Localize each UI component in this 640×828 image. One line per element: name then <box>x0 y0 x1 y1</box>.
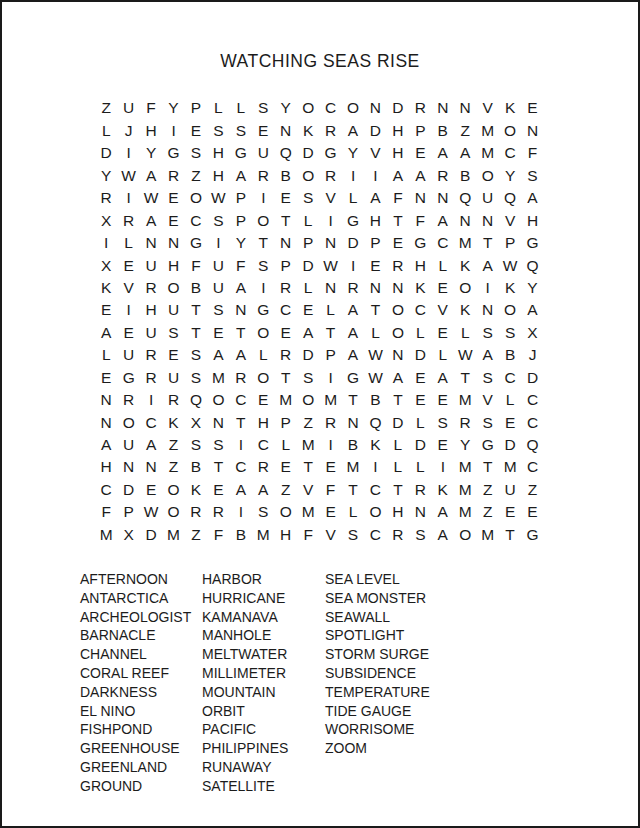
grid-cell[interactable]: O <box>252 321 274 343</box>
grid-cell[interactable]: Z <box>95 97 117 119</box>
grid-cell[interactable]: H <box>140 299 162 321</box>
grid-cell[interactable]: E <box>432 277 454 299</box>
grid-cell[interactable]: A <box>432 366 454 388</box>
grid-cell[interactable]: O <box>162 277 184 299</box>
grid-cell[interactable]: R <box>230 366 252 388</box>
grid-cell[interactable]: M <box>252 523 274 545</box>
grid-cell[interactable]: P <box>319 344 341 366</box>
grid-cell[interactable]: T <box>185 299 207 321</box>
grid-cell[interactable]: D <box>95 142 117 164</box>
grid-cell[interactable]: U <box>117 344 139 366</box>
grid-cell[interactable]: N <box>342 411 364 433</box>
grid-cell[interactable]: H <box>275 523 297 545</box>
grid-cell[interactable]: R <box>185 501 207 523</box>
grid-cell[interactable]: W <box>140 187 162 209</box>
grid-cell[interactable]: A <box>521 299 543 321</box>
grid-cell[interactable]: E <box>95 299 117 321</box>
grid-cell[interactable]: A <box>432 523 454 545</box>
grid-cell[interactable]: E <box>499 411 521 433</box>
grid-cell[interactable]: D <box>387 411 409 433</box>
grid-cell[interactable]: E <box>275 187 297 209</box>
grid-cell[interactable]: I <box>117 299 139 321</box>
grid-cell[interactable]: C <box>364 523 386 545</box>
grid-cell[interactable]: S <box>297 187 319 209</box>
grid-cell[interactable]: M <box>476 119 498 141</box>
grid-cell[interactable]: T <box>297 456 319 478</box>
grid-cell[interactable]: O <box>162 478 184 500</box>
grid-cell[interactable]: A <box>230 277 252 299</box>
grid-cell[interactable]: L <box>95 344 117 366</box>
grid-cell[interactable]: R <box>409 478 431 500</box>
grid-cell[interactable]: T <box>454 366 476 388</box>
grid-cell[interactable]: N <box>319 232 341 254</box>
grid-cell[interactable]: F <box>297 523 319 545</box>
grid-cell[interactable]: G <box>342 366 364 388</box>
grid-cell[interactable]: G <box>185 232 207 254</box>
grid-cell[interactable]: U <box>499 478 521 500</box>
grid-cell[interactable]: F <box>409 209 431 231</box>
grid-cell[interactable]: N <box>230 299 252 321</box>
grid-cell[interactable]: M <box>454 232 476 254</box>
grid-cell[interactable]: X <box>521 321 543 343</box>
grid-cell[interactable]: V <box>432 299 454 321</box>
grid-cell[interactable]: M <box>342 456 364 478</box>
grid-cell[interactable]: Z <box>454 119 476 141</box>
grid-cell[interactable]: C <box>521 456 543 478</box>
grid-cell[interactable]: O <box>454 523 476 545</box>
grid-cell[interactable]: F <box>185 254 207 276</box>
grid-cell[interactable]: M <box>499 456 521 478</box>
grid-cell[interactable]: D <box>409 434 431 456</box>
grid-cell[interactable]: S <box>476 366 498 388</box>
grid-cell[interactable]: L <box>342 187 364 209</box>
grid-cell[interactable]: I <box>117 187 139 209</box>
grid-cell[interactable]: K <box>297 119 319 141</box>
grid-cell[interactable]: I <box>230 434 252 456</box>
grid-cell[interactable]: H <box>387 142 409 164</box>
grid-cell[interactable]: S <box>476 411 498 433</box>
grid-cell[interactable]: Q <box>521 254 543 276</box>
grid-cell[interactable]: N <box>95 411 117 433</box>
grid-cell[interactable]: E <box>162 209 184 231</box>
grid-cell[interactable]: S <box>207 119 229 141</box>
grid-cell[interactable]: A <box>140 209 162 231</box>
grid-cell[interactable]: G <box>409 232 431 254</box>
grid-cell[interactable]: R <box>140 344 162 366</box>
grid-cell[interactable]: L <box>387 456 409 478</box>
grid-cell[interactable]: U <box>140 321 162 343</box>
grid-cell[interactable]: V <box>499 209 521 231</box>
grid-cell[interactable]: Z <box>521 478 543 500</box>
grid-cell[interactable]: C <box>252 434 274 456</box>
grid-cell[interactable]: T <box>207 456 229 478</box>
grid-cell[interactable]: H <box>252 411 274 433</box>
grid-cell[interactable]: Y <box>454 434 476 456</box>
grid-cell[interactable]: E <box>364 254 386 276</box>
grid-cell[interactable]: D <box>140 523 162 545</box>
grid-cell[interactable]: N <box>319 277 341 299</box>
grid-cell[interactable]: G <box>117 366 139 388</box>
grid-cell[interactable]: A <box>230 478 252 500</box>
grid-cell[interactable]: O <box>117 411 139 433</box>
grid-cell[interactable]: E <box>140 478 162 500</box>
grid-cell[interactable]: A <box>409 164 431 186</box>
grid-cell[interactable]: N <box>409 501 431 523</box>
grid-cell[interactable]: R <box>454 411 476 433</box>
grid-cell[interactable]: O <box>252 366 274 388</box>
grid-cell[interactable]: N <box>117 456 139 478</box>
grid-cell[interactable]: S <box>432 411 454 433</box>
grid-cell[interactable]: R <box>252 164 274 186</box>
grid-cell[interactable]: N <box>207 411 229 433</box>
grid-cell[interactable]: S <box>185 344 207 366</box>
grid-cell[interactable]: E <box>432 434 454 456</box>
grid-cell[interactable]: V <box>319 187 341 209</box>
grid-cell[interactable]: D <box>409 344 431 366</box>
grid-cell[interactable]: L <box>409 321 431 343</box>
grid-cell[interactable]: S <box>297 366 319 388</box>
grid-cell[interactable]: C <box>521 389 543 411</box>
grid-cell[interactable]: V <box>319 523 341 545</box>
grid-cell[interactable]: L <box>387 434 409 456</box>
grid-cell[interactable]: A <box>476 344 498 366</box>
grid-cell[interactable]: E <box>95 366 117 388</box>
grid-cell[interactable]: Y <box>342 142 364 164</box>
grid-cell[interactable]: O <box>185 187 207 209</box>
grid-cell[interactable]: M <box>476 523 498 545</box>
grid-cell[interactable]: P <box>275 254 297 276</box>
grid-cell[interactable]: D <box>297 142 319 164</box>
grid-cell[interactable]: N <box>476 299 498 321</box>
grid-cell[interactable]: N <box>364 277 386 299</box>
grid-cell[interactable]: R <box>140 277 162 299</box>
grid-cell[interactable]: L <box>454 321 476 343</box>
grid-cell[interactable]: T <box>476 456 498 478</box>
grid-cell[interactable]: K <box>499 97 521 119</box>
grid-cell[interactable]: F <box>319 478 341 500</box>
grid-cell[interactable]: S <box>230 119 252 141</box>
grid-cell[interactable]: W <box>140 501 162 523</box>
grid-cell[interactable]: F <box>230 254 252 276</box>
grid-cell[interactable]: Y <box>275 97 297 119</box>
grid-cell[interactable]: X <box>185 411 207 433</box>
grid-cell[interactable]: V <box>117 277 139 299</box>
grid-cell[interactable]: M <box>476 142 498 164</box>
grid-cell[interactable]: X <box>95 254 117 276</box>
grid-cell[interactable]: R <box>275 344 297 366</box>
grid-cell[interactable]: W <box>364 344 386 366</box>
grid-cell[interactable]: E <box>117 321 139 343</box>
grid-cell[interactable]: A <box>140 164 162 186</box>
grid-cell[interactable]: B <box>185 456 207 478</box>
grid-cell[interactable]: T <box>275 209 297 231</box>
grid-cell[interactable]: L <box>207 97 229 119</box>
grid-cell[interactable]: A <box>342 299 364 321</box>
grid-cell[interactable]: E <box>207 478 229 500</box>
grid-cell[interactable]: P <box>275 411 297 433</box>
grid-cell[interactable]: Q <box>275 142 297 164</box>
grid-cell[interactable]: B <box>185 277 207 299</box>
grid-cell[interactable]: B <box>275 164 297 186</box>
grid-cell[interactable]: K <box>409 277 431 299</box>
grid-cell[interactable]: M <box>319 389 341 411</box>
grid-cell[interactable]: L <box>364 321 386 343</box>
grid-cell[interactable]: L <box>252 344 274 366</box>
grid-cell[interactable]: Z <box>476 478 498 500</box>
grid-cell[interactable]: E <box>432 389 454 411</box>
grid-cell[interactable]: T <box>476 232 498 254</box>
grid-cell[interactable]: R <box>432 164 454 186</box>
grid-cell[interactable]: L <box>297 277 319 299</box>
grid-cell[interactable]: W <box>364 366 386 388</box>
grid-cell[interactable]: E <box>521 97 543 119</box>
grid-cell[interactable]: R <box>319 411 341 433</box>
grid-cell[interactable]: Z <box>162 456 184 478</box>
grid-cell[interactable]: L <box>95 119 117 141</box>
grid-cell[interactable]: T <box>499 523 521 545</box>
grid-cell[interactable]: H <box>409 254 431 276</box>
grid-cell[interactable]: Q <box>185 389 207 411</box>
grid-cell[interactable]: E <box>409 389 431 411</box>
grid-cell[interactable]: G <box>162 142 184 164</box>
grid-cell[interactable]: O <box>275 501 297 523</box>
grid-cell[interactable]: E <box>117 254 139 276</box>
grid-cell[interactable]: Z <box>275 478 297 500</box>
grid-cell[interactable]: N <box>387 277 409 299</box>
grid-cell[interactable]: O <box>387 299 409 321</box>
grid-cell[interactable]: R <box>319 119 341 141</box>
grid-cell[interactable]: B <box>432 119 454 141</box>
grid-cell[interactable]: E <box>207 321 229 343</box>
grid-cell[interactable]: C <box>95 478 117 500</box>
grid-cell[interactable]: L <box>432 254 454 276</box>
grid-cell[interactable]: K <box>432 478 454 500</box>
grid-cell[interactable]: K <box>454 254 476 276</box>
grid-cell[interactable]: F <box>95 501 117 523</box>
grid-cell[interactable]: Q <box>454 187 476 209</box>
grid-cell[interactable]: T <box>319 321 341 343</box>
grid-cell[interactable]: T <box>387 478 409 500</box>
grid-cell[interactable]: M <box>297 434 319 456</box>
grid-cell[interactable]: N <box>521 119 543 141</box>
grid-cell[interactable]: N <box>432 97 454 119</box>
grid-cell[interactable]: B <box>364 389 386 411</box>
grid-cell[interactable]: U <box>162 366 184 388</box>
grid-cell[interactable]: Q <box>521 434 543 456</box>
grid-cell[interactable]: L <box>409 456 431 478</box>
grid-cell[interactable]: E <box>275 321 297 343</box>
grid-cell[interactable]: C <box>432 232 454 254</box>
grid-cell[interactable]: D <box>117 478 139 500</box>
grid-cell[interactable]: C <box>521 411 543 433</box>
grid-cell[interactable]: C <box>499 366 521 388</box>
grid-cell[interactable]: Y <box>499 164 521 186</box>
grid-cell[interactable]: A <box>387 164 409 186</box>
grid-cell[interactable]: G <box>521 523 543 545</box>
grid-cell[interactable]: S <box>207 209 229 231</box>
grid-cell[interactable]: D <box>364 119 386 141</box>
grid-cell[interactable]: L <box>230 97 252 119</box>
grid-cell[interactable]: H <box>207 142 229 164</box>
grid-cell[interactable]: S <box>185 142 207 164</box>
grid-cell[interactable]: E <box>409 366 431 388</box>
grid-cell[interactable]: A <box>297 321 319 343</box>
grid-cell[interactable]: N <box>364 97 386 119</box>
grid-cell[interactable]: P <box>117 501 139 523</box>
grid-cell[interactable]: E <box>162 344 184 366</box>
grid-cell[interactable]: O <box>297 164 319 186</box>
grid-cell[interactable]: F <box>387 187 409 209</box>
grid-cell[interactable]: T <box>252 232 274 254</box>
grid-cell[interactable]: W <box>319 254 341 276</box>
grid-cell[interactable]: S <box>207 299 229 321</box>
grid-cell[interactable]: E <box>409 142 431 164</box>
grid-cell[interactable]: C <box>319 97 341 119</box>
grid-cell[interactable]: A <box>387 366 409 388</box>
grid-cell[interactable]: P <box>230 209 252 231</box>
grid-cell[interactable]: N <box>275 232 297 254</box>
grid-cell[interactable]: R <box>409 97 431 119</box>
grid-cell[interactable]: I <box>319 209 341 231</box>
grid-cell[interactable]: A <box>342 321 364 343</box>
grid-cell[interactable]: E <box>499 501 521 523</box>
grid-cell[interactable]: I <box>252 187 274 209</box>
grid-cell[interactable]: O <box>162 501 184 523</box>
grid-cell[interactable]: T <box>387 209 409 231</box>
grid-cell[interactable]: R <box>387 254 409 276</box>
grid-cell[interactable]: Q <box>364 411 386 433</box>
grid-cell[interactable]: C <box>364 478 386 500</box>
grid-cell[interactable]: M <box>454 501 476 523</box>
grid-cell[interactable]: Z <box>297 411 319 433</box>
grid-cell[interactable]: M <box>275 389 297 411</box>
grid-cell[interactable]: Z <box>185 164 207 186</box>
grid-cell[interactable]: R <box>162 389 184 411</box>
grid-cell[interactable]: N <box>432 187 454 209</box>
grid-cell[interactable]: P <box>185 97 207 119</box>
grid-cell[interactable]: D <box>297 254 319 276</box>
grid-cell[interactable]: S <box>185 434 207 456</box>
grid-cell[interactable]: E <box>185 119 207 141</box>
grid-cell[interactable]: G <box>342 209 364 231</box>
grid-cell[interactable]: B <box>230 523 252 545</box>
grid-cell[interactable]: S <box>499 321 521 343</box>
grid-cell[interactable]: A <box>230 344 252 366</box>
grid-cell[interactable]: O <box>476 164 498 186</box>
grid-cell[interactable]: O <box>364 501 386 523</box>
grid-cell[interactable]: B <box>454 164 476 186</box>
grid-cell[interactable]: K <box>454 299 476 321</box>
grid-cell[interactable]: G <box>521 232 543 254</box>
grid-cell[interactable]: V <box>297 478 319 500</box>
grid-cell[interactable]: L <box>499 389 521 411</box>
grid-cell[interactable]: R <box>140 366 162 388</box>
grid-cell[interactable]: N <box>409 187 431 209</box>
grid-cell[interactable]: A <box>432 501 454 523</box>
grid-cell[interactable]: A <box>95 321 117 343</box>
grid-cell[interactable]: G <box>476 434 498 456</box>
grid-cell[interactable]: W <box>499 254 521 276</box>
grid-cell[interactable]: N <box>454 209 476 231</box>
grid-cell[interactable]: T <box>342 478 364 500</box>
grid-cell[interactable]: X <box>95 209 117 231</box>
grid-cell[interactable]: R <box>387 523 409 545</box>
grid-cell[interactable]: A <box>521 187 543 209</box>
grid-cell[interactable]: O <box>207 389 229 411</box>
grid-cell[interactable]: Y <box>230 232 252 254</box>
grid-cell[interactable]: O <box>454 277 476 299</box>
grid-cell[interactable]: P <box>499 232 521 254</box>
grid-cell[interactable]: E <box>387 232 409 254</box>
grid-cell[interactable]: I <box>342 254 364 276</box>
grid-cell[interactable]: V <box>364 142 386 164</box>
grid-cell[interactable]: W <box>454 344 476 366</box>
grid-cell[interactable]: H <box>207 164 229 186</box>
grid-cell[interactable]: H <box>162 254 184 276</box>
grid-cell[interactable]: O <box>387 321 409 343</box>
grid-cell[interactable]: S <box>476 321 498 343</box>
grid-cell[interactable]: W <box>207 187 229 209</box>
grid-cell[interactable]: N <box>95 389 117 411</box>
grid-cell[interactable]: U <box>207 254 229 276</box>
grid-cell[interactable]: H <box>364 209 386 231</box>
grid-cell[interactable]: B <box>342 434 364 456</box>
grid-cell[interactable]: I <box>319 434 341 456</box>
grid-cell[interactable]: H <box>140 119 162 141</box>
grid-cell[interactable]: I <box>207 232 229 254</box>
grid-cell[interactable]: U <box>117 97 139 119</box>
grid-cell[interactable]: U <box>252 142 274 164</box>
grid-cell[interactable]: U <box>207 277 229 299</box>
grid-cell[interactable]: I <box>140 389 162 411</box>
grid-cell[interactable]: H <box>387 501 409 523</box>
grid-cell[interactable]: S <box>185 366 207 388</box>
grid-cell[interactable]: I <box>252 277 274 299</box>
grid-cell[interactable]: E <box>521 501 543 523</box>
grid-cell[interactable]: M <box>207 366 229 388</box>
grid-cell[interactable]: F <box>207 523 229 545</box>
grid-cell[interactable]: M <box>454 478 476 500</box>
grid-cell[interactable]: P <box>364 232 386 254</box>
grid-cell[interactable]: E <box>319 501 341 523</box>
grid-cell[interactable]: A <box>342 344 364 366</box>
grid-cell[interactable]: Y <box>95 164 117 186</box>
grid-cell[interactable]: O <box>297 97 319 119</box>
grid-cell[interactable]: A <box>230 164 252 186</box>
grid-cell[interactable]: K <box>364 434 386 456</box>
grid-cell[interactable]: L <box>409 411 431 433</box>
grid-cell[interactable]: S <box>342 523 364 545</box>
grid-cell[interactable]: A <box>207 344 229 366</box>
grid-cell[interactable]: A <box>432 209 454 231</box>
grid-cell[interactable]: O <box>297 389 319 411</box>
grid-cell[interactable]: T <box>185 321 207 343</box>
grid-cell[interactable]: E <box>275 456 297 478</box>
grid-cell[interactable]: L <box>275 434 297 456</box>
grid-cell[interactable]: C <box>409 299 431 321</box>
grid-cell[interactable]: C <box>140 411 162 433</box>
grid-cell[interactable]: Q <box>499 187 521 209</box>
grid-cell[interactable]: E <box>252 389 274 411</box>
grid-cell[interactable]: A <box>454 142 476 164</box>
grid-cell[interactable]: T <box>387 389 409 411</box>
grid-cell[interactable]: G <box>319 142 341 164</box>
grid-cell[interactable]: N <box>275 119 297 141</box>
grid-cell[interactable]: R <box>117 389 139 411</box>
grid-cell[interactable]: E <box>319 456 341 478</box>
grid-cell[interactable]: N <box>476 209 498 231</box>
grid-cell[interactable]: M <box>162 523 184 545</box>
